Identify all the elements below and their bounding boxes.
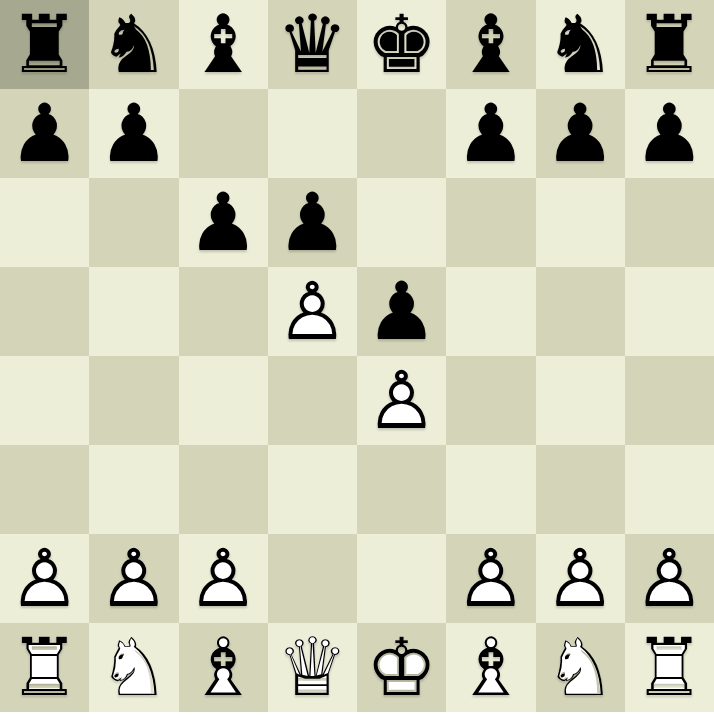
black-king-icon: ♚ — [357, 0, 446, 89]
square-a8[interactable]: ♜ — [0, 0, 89, 89]
square-e6[interactable] — [357, 178, 446, 267]
piece-black-pawn[interactable]: ♟ — [536, 89, 625, 178]
square-f8[interactable]: ♝ — [446, 0, 535, 89]
black-pawn-icon: ♟ — [625, 89, 714, 178]
square-b4[interactable] — [89, 356, 178, 445]
square-c8[interactable]: ♝ — [179, 0, 268, 89]
square-b2[interactable]: ♟♙ — [89, 534, 178, 623]
piece-black-king[interactable]: ♚ — [357, 0, 446, 89]
black-pawn-icon: ♟ — [357, 267, 446, 356]
black-pawn-icon: ♟ — [0, 89, 89, 178]
white-knight-icon: ♘ — [536, 623, 625, 712]
white-rook-icon: ♖ — [0, 623, 89, 712]
piece-black-pawn[interactable]: ♟ — [357, 267, 446, 356]
white-pawn-icon: ♙ — [536, 534, 625, 623]
square-c3[interactable] — [179, 445, 268, 534]
piece-white-rook[interactable]: ♜♖ — [625, 623, 714, 712]
piece-white-bishop[interactable]: ♝♗ — [446, 623, 535, 712]
piece-white-pawn[interactable]: ♟♙ — [268, 267, 357, 356]
square-g4[interactable] — [536, 356, 625, 445]
square-a2[interactable]: ♟♙ — [0, 534, 89, 623]
black-pawn-icon: ♟ — [536, 89, 625, 178]
square-g1[interactable]: ♞♘ — [536, 623, 625, 712]
white-pawn-icon: ♙ — [0, 534, 89, 623]
piece-black-bishop[interactable]: ♝ — [179, 0, 268, 89]
square-c2[interactable]: ♟♙ — [179, 534, 268, 623]
piece-black-rook[interactable]: ♜ — [0, 0, 89, 89]
square-e3[interactable] — [357, 445, 446, 534]
square-b8[interactable]: ♞ — [89, 0, 178, 89]
piece-white-pawn[interactable]: ♟♙ — [536, 534, 625, 623]
square-d3[interactable] — [268, 445, 357, 534]
piece-white-pawn[interactable]: ♟♙ — [89, 534, 178, 623]
square-d1[interactable]: ♛♕ — [268, 623, 357, 712]
square-a5[interactable] — [0, 267, 89, 356]
square-h2[interactable]: ♟♙ — [625, 534, 714, 623]
piece-black-pawn[interactable]: ♟ — [446, 89, 535, 178]
piece-white-bishop[interactable]: ♝♗ — [179, 623, 268, 712]
piece-white-king[interactable]: ♚♔ — [357, 623, 446, 712]
piece-black-pawn[interactable]: ♟ — [625, 89, 714, 178]
square-h8[interactable]: ♜ — [625, 0, 714, 89]
square-b3[interactable] — [89, 445, 178, 534]
square-f6[interactable] — [446, 178, 535, 267]
square-g2[interactable]: ♟♙ — [536, 534, 625, 623]
square-e2[interactable] — [357, 534, 446, 623]
square-h7[interactable]: ♟ — [625, 89, 714, 178]
white-pawn-icon: ♙ — [89, 534, 178, 623]
square-a3[interactable] — [0, 445, 89, 534]
piece-black-knight[interactable]: ♞ — [536, 0, 625, 89]
white-knight-icon: ♘ — [89, 623, 178, 712]
piece-white-pawn[interactable]: ♟♙ — [357, 356, 446, 445]
white-pawn-icon: ♙ — [357, 356, 446, 445]
square-g8[interactable]: ♞ — [536, 0, 625, 89]
black-bishop-icon: ♝ — [179, 0, 268, 89]
white-queen-icon: ♕ — [268, 623, 357, 712]
white-pawn-icon: ♙ — [446, 534, 535, 623]
black-bishop-icon: ♝ — [446, 0, 535, 89]
square-c5[interactable] — [179, 267, 268, 356]
piece-white-pawn[interactable]: ♟♙ — [179, 534, 268, 623]
square-a4[interactable] — [0, 356, 89, 445]
square-b6[interactable] — [89, 178, 178, 267]
piece-white-pawn[interactable]: ♟♙ — [625, 534, 714, 623]
square-e1[interactable]: ♚♔ — [357, 623, 446, 712]
square-a1[interactable]: ♜♖ — [0, 623, 89, 712]
square-d5[interactable]: ♟♙ — [268, 267, 357, 356]
square-f4[interactable] — [446, 356, 535, 445]
square-d7[interactable] — [268, 89, 357, 178]
square-d2[interactable] — [268, 534, 357, 623]
square-c6[interactable]: ♟ — [179, 178, 268, 267]
square-h4[interactable] — [625, 356, 714, 445]
square-f3[interactable] — [446, 445, 535, 534]
piece-white-pawn[interactable]: ♟♙ — [0, 534, 89, 623]
white-king-icon: ♔ — [357, 623, 446, 712]
white-pawn-icon: ♙ — [179, 534, 268, 623]
square-f2[interactable]: ♟♙ — [446, 534, 535, 623]
square-f1[interactable]: ♝♗ — [446, 623, 535, 712]
square-e5[interactable]: ♟ — [357, 267, 446, 356]
black-pawn-icon: ♟ — [89, 89, 178, 178]
piece-black-pawn[interactable]: ♟ — [268, 178, 357, 267]
square-f7[interactable]: ♟ — [446, 89, 535, 178]
square-c7[interactable] — [179, 89, 268, 178]
piece-white-knight[interactable]: ♞♘ — [89, 623, 178, 712]
black-pawn-icon: ♟ — [446, 89, 535, 178]
piece-black-pawn[interactable]: ♟ — [0, 89, 89, 178]
square-g7[interactable]: ♟ — [536, 89, 625, 178]
piece-black-bishop[interactable]: ♝ — [446, 0, 535, 89]
square-b1[interactable]: ♞♘ — [89, 623, 178, 712]
square-d4[interactable] — [268, 356, 357, 445]
square-g6[interactable] — [536, 178, 625, 267]
square-h6[interactable] — [625, 178, 714, 267]
square-c1[interactable]: ♝♗ — [179, 623, 268, 712]
black-pawn-icon: ♟ — [268, 178, 357, 267]
piece-black-rook[interactable]: ♜ — [625, 0, 714, 89]
square-d8[interactable]: ♛ — [268, 0, 357, 89]
square-h3[interactable] — [625, 445, 714, 534]
square-b7[interactable]: ♟ — [89, 89, 178, 178]
piece-white-queen[interactable]: ♛♕ — [268, 623, 357, 712]
piece-white-pawn[interactable]: ♟♙ — [446, 534, 535, 623]
black-rook-icon: ♜ — [0, 0, 89, 89]
square-h5[interactable] — [625, 267, 714, 356]
black-queen-icon: ♛ — [268, 0, 357, 89]
chess-board: ♜♞♝♛♚♝♞♜♟♟♟♟♟♟♟♟♙♟♟♙♟♙♟♙♟♙♟♙♟♙♟♙♜♖♞♘♝♗♛♕… — [0, 0, 714, 712]
black-pawn-icon: ♟ — [179, 178, 268, 267]
square-e8[interactable]: ♚ — [357, 0, 446, 89]
piece-white-knight[interactable]: ♞♘ — [536, 623, 625, 712]
square-d6[interactable]: ♟ — [268, 178, 357, 267]
white-pawn-icon: ♙ — [268, 267, 357, 356]
white-rook-icon: ♖ — [625, 623, 714, 712]
square-h1[interactable]: ♜♖ — [625, 623, 714, 712]
white-bishop-icon: ♗ — [179, 623, 268, 712]
square-e7[interactable] — [357, 89, 446, 178]
black-knight-icon: ♞ — [536, 0, 625, 89]
white-bishop-icon: ♗ — [446, 623, 535, 712]
white-pawn-icon: ♙ — [625, 534, 714, 623]
square-f5[interactable] — [446, 267, 535, 356]
square-a6[interactable] — [0, 178, 89, 267]
square-b5[interactable] — [89, 267, 178, 356]
piece-black-pawn[interactable]: ♟ — [179, 178, 268, 267]
piece-black-pawn[interactable]: ♟ — [89, 89, 178, 178]
square-c4[interactable] — [179, 356, 268, 445]
piece-black-queen[interactable]: ♛ — [268, 0, 357, 89]
square-g5[interactable] — [536, 267, 625, 356]
black-knight-icon: ♞ — [89, 0, 178, 89]
square-e4[interactable]: ♟♙ — [357, 356, 446, 445]
square-a7[interactable]: ♟ — [0, 89, 89, 178]
piece-black-knight[interactable]: ♞ — [89, 0, 178, 89]
piece-white-rook[interactable]: ♜♖ — [0, 623, 89, 712]
black-rook-icon: ♜ — [625, 0, 714, 89]
square-g3[interactable] — [536, 445, 625, 534]
